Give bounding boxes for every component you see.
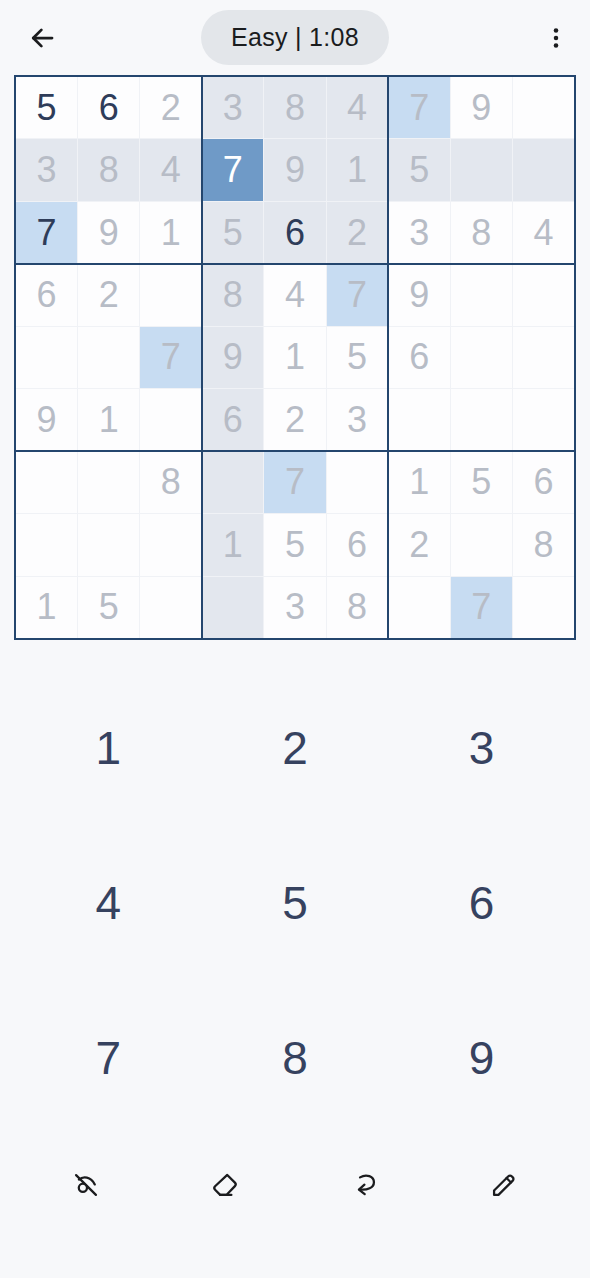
cell-value: 9	[471, 90, 491, 126]
cell-r3c1[interactable]: 7	[16, 202, 77, 263]
cell-r4c9[interactable]	[513, 264, 574, 325]
eraser-button[interactable]	[201, 1161, 249, 1209]
cell-value: 6	[285, 215, 305, 251]
cell-r4c8[interactable]	[451, 264, 512, 325]
cell-value: 7	[161, 339, 181, 375]
header: Easy | 1:08	[0, 0, 590, 75]
cell-r1c7[interactable]: 7	[389, 77, 450, 138]
numpad-key-9[interactable]: 9	[388, 1013, 575, 1103]
cell-r6c1[interactable]: 9	[16, 389, 77, 450]
cell-r9c7[interactable]	[389, 577, 450, 638]
numpad-key-4[interactable]: 4	[15, 858, 202, 948]
pencil-button[interactable]	[480, 1161, 528, 1209]
cell-r7c7[interactable]: 1	[389, 452, 450, 513]
cell-value: 6	[37, 277, 57, 313]
cell-value: 2	[161, 90, 181, 126]
cell-r1c1[interactable]: 5	[16, 77, 77, 138]
cell-value: 1	[347, 152, 367, 188]
cell-r3c2[interactable]: 9	[78, 202, 139, 263]
cell-r2c5[interactable]: 9	[264, 139, 325, 200]
cell-value: 1	[285, 339, 305, 375]
cell-r3c6[interactable]: 2	[327, 202, 388, 263]
cell-value: 7	[285, 464, 305, 500]
cell-value: 5	[223, 215, 243, 251]
cell-r1c4[interactable]: 3	[202, 77, 263, 138]
cell-value: 8	[285, 90, 305, 126]
cell-value: 4	[533, 215, 553, 251]
cell-r6c2[interactable]: 1	[78, 389, 139, 450]
cell-r9c8[interactable]: 7	[451, 577, 512, 638]
cell-r5c1[interactable]	[16, 327, 77, 388]
arrow-left-icon	[27, 23, 57, 53]
cell-r2c8[interactable]	[451, 139, 512, 200]
cell-r3c9[interactable]: 4	[513, 202, 574, 263]
cell-value: 8	[533, 527, 553, 563]
back-button[interactable]	[20, 16, 64, 60]
cell-r1c6[interactable]: 4	[327, 77, 388, 138]
cell-r2c7[interactable]: 5	[389, 139, 450, 200]
numpad-key-2[interactable]: 2	[202, 703, 389, 793]
cell-r1c3[interactable]: 2	[140, 77, 201, 138]
cell-r1c8[interactable]: 9	[451, 77, 512, 138]
menu-button[interactable]	[534, 16, 578, 60]
cell-value: 7	[347, 277, 367, 313]
cell-value: 6	[99, 90, 119, 126]
cell-r8c1[interactable]	[16, 514, 77, 575]
cell-r8c2[interactable]	[78, 514, 139, 575]
sudoku-app-screen: Easy | 1:08 5623847938479157915623846284…	[0, 0, 590, 1278]
cell-r4c6[interactable]: 7	[327, 264, 388, 325]
number-pad: 1 2 3 4 5 6 7 8 9	[15, 703, 575, 1103]
cell-value: 1	[99, 402, 119, 438]
undo-button[interactable]	[341, 1161, 389, 1209]
numpad-key-6[interactable]: 6	[388, 858, 575, 948]
cell-value: 5	[347, 339, 367, 375]
pencil-icon	[487, 1168, 521, 1202]
cell-r4c3[interactable]	[140, 264, 201, 325]
cell-value: 2	[409, 527, 429, 563]
cell-value: 3	[285, 589, 305, 625]
cell-r5c6[interactable]: 5	[327, 327, 388, 388]
cell-value: 6	[347, 527, 367, 563]
cell-r7c1[interactable]	[16, 452, 77, 513]
sudoku-board: 5623847938479157915623846284797915691623…	[14, 75, 576, 640]
cell-value: 2	[99, 277, 119, 313]
cell-value: 2	[285, 402, 305, 438]
cell-value: 7	[409, 90, 429, 126]
cell-r8c9[interactable]: 8	[513, 514, 574, 575]
cell-r5c9[interactable]	[513, 327, 574, 388]
cell-r2c1[interactable]: 3	[16, 139, 77, 200]
cell-r6c3[interactable]	[140, 389, 201, 450]
cell-value: 4	[285, 277, 305, 313]
cell-value: 6	[409, 339, 429, 375]
cell-value: 3	[223, 90, 243, 126]
cell-r5c5[interactable]: 1	[264, 327, 325, 388]
cell-r4c2[interactable]: 2	[78, 264, 139, 325]
cell-r2c3[interactable]: 4	[140, 139, 201, 200]
cell-r3c5[interactable]: 6	[264, 202, 325, 263]
cell-value: 2	[347, 215, 367, 251]
cell-value: 8	[161, 464, 181, 500]
cell-value: 8	[99, 152, 119, 188]
cell-value: 8	[347, 589, 367, 625]
numpad-key-8[interactable]: 8	[202, 1013, 389, 1103]
cell-r6c4[interactable]: 6	[202, 389, 263, 450]
cell-value: 7	[223, 152, 243, 188]
cell-r6c6[interactable]: 3	[327, 389, 388, 450]
cell-r2c4[interactable]: 7	[202, 139, 263, 200]
cell-value: 8	[471, 215, 491, 251]
cell-r7c6[interactable]	[327, 452, 388, 513]
cell-value: 9	[37, 402, 57, 438]
cell-value: 1	[223, 527, 243, 563]
cell-r7c8[interactable]: 5	[451, 452, 512, 513]
cell-value: 5	[285, 527, 305, 563]
cell-r8c7[interactable]: 2	[389, 514, 450, 575]
cell-r5c4[interactable]: 9	[202, 327, 263, 388]
cell-r9c6[interactable]: 8	[327, 577, 388, 638]
cell-r7c9[interactable]: 6	[513, 452, 574, 513]
cell-r1c9[interactable]	[513, 77, 574, 138]
cell-r4c5[interactable]: 4	[264, 264, 325, 325]
cell-r6c7[interactable]	[389, 389, 450, 450]
cell-r8c6[interactable]: 6	[327, 514, 388, 575]
cell-value: 8	[223, 277, 243, 313]
cell-r3c7[interactable]: 3	[389, 202, 450, 263]
cell-r4c4[interactable]: 8	[202, 264, 263, 325]
kebab-menu-icon	[543, 25, 569, 51]
cell-r5c2[interactable]	[78, 327, 139, 388]
cell-r1c2[interactable]: 6	[78, 77, 139, 138]
cell-r7c3[interactable]: 8	[140, 452, 201, 513]
cell-r9c3[interactable]	[140, 577, 201, 638]
cell-r9c9[interactable]	[513, 577, 574, 638]
undo-icon	[348, 1168, 382, 1202]
cell-value: 5	[99, 589, 119, 625]
cell-r7c4[interactable]	[202, 452, 263, 513]
cell-value: 5	[471, 464, 491, 500]
cell-r8c5[interactable]: 5	[264, 514, 325, 575]
cell-r5c3[interactable]: 7	[140, 327, 201, 388]
eraser-icon	[208, 1168, 242, 1202]
cell-value: 9	[285, 152, 305, 188]
cell-value: 1	[37, 589, 57, 625]
cell-r2c9[interactable]	[513, 139, 574, 200]
hide-hints-button[interactable]	[62, 1161, 110, 1209]
cell-r9c4[interactable]	[202, 577, 263, 638]
numpad-key-3[interactable]: 3	[388, 703, 575, 793]
cell-r3c8[interactable]: 8	[451, 202, 512, 263]
cell-r6c5[interactable]: 2	[264, 389, 325, 450]
cell-r3c4[interactable]: 5	[202, 202, 263, 263]
cell-value: 3	[409, 215, 429, 251]
cell-r9c2[interactable]: 5	[78, 577, 139, 638]
cell-value: 6	[223, 402, 243, 438]
cell-r5c8[interactable]	[451, 327, 512, 388]
cell-value: 7	[471, 589, 491, 625]
cell-r3c3[interactable]: 1	[140, 202, 201, 263]
cell-r2c6[interactable]: 1	[327, 139, 388, 200]
cell-r2c2[interactable]: 8	[78, 139, 139, 200]
cell-r7c5[interactable]: 7	[264, 452, 325, 513]
cell-value: 1	[161, 215, 181, 251]
cell-r9c1[interactable]: 1	[16, 577, 77, 638]
numpad-key-7[interactable]: 7	[15, 1013, 202, 1103]
cell-r8c3[interactable]	[140, 514, 201, 575]
cell-value: 3	[37, 152, 57, 188]
cell-value: 3	[347, 402, 367, 438]
cell-value: 4	[347, 90, 367, 126]
cell-r6c9[interactable]	[513, 389, 574, 450]
cell-value: 5	[37, 90, 57, 126]
cell-value: 9	[99, 215, 119, 251]
numpad-key-1[interactable]: 1	[15, 703, 202, 793]
cell-r1c5[interactable]: 8	[264, 77, 325, 138]
cell-r6c8[interactable]	[451, 389, 512, 450]
cell-r5c7[interactable]: 6	[389, 327, 450, 388]
difficulty-timer-pill[interactable]: Easy | 1:08	[201, 10, 389, 65]
cell-value: 9	[409, 277, 429, 313]
cell-r4c1[interactable]: 6	[16, 264, 77, 325]
cell-r8c8[interactable]	[451, 514, 512, 575]
cell-r8c4[interactable]: 1	[202, 514, 263, 575]
cell-r9c5[interactable]: 3	[264, 577, 325, 638]
cell-value: 1	[409, 464, 429, 500]
cell-value: 6	[533, 464, 553, 500]
toolbar	[0, 1161, 590, 1209]
cell-value: 4	[161, 152, 181, 188]
cell-value: 5	[409, 152, 429, 188]
numpad-key-5[interactable]: 5	[202, 858, 389, 948]
cell-r7c2[interactable]	[78, 452, 139, 513]
cell-value: 9	[223, 339, 243, 375]
cell-value: 7	[37, 215, 57, 251]
eye-slash-icon	[69, 1168, 103, 1202]
cell-r4c7[interactable]: 9	[389, 264, 450, 325]
